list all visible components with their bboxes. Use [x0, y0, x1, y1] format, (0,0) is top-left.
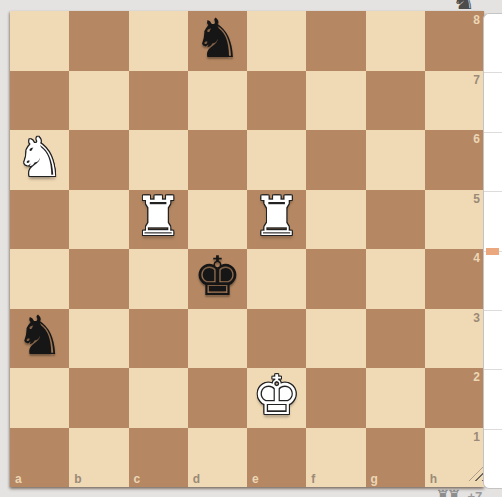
- square-g6[interactable]: [366, 130, 425, 190]
- square-e1[interactable]: e: [247, 428, 306, 488]
- square-d3[interactable]: [188, 309, 247, 369]
- black-king-d4[interactable]: ♚: [193, 250, 241, 304]
- square-h8[interactable]: 8: [425, 11, 484, 71]
- material-score: +7: [468, 488, 483, 497]
- file-label-c: c: [134, 473, 141, 485]
- black-knight-a3[interactable]: ♞: [15, 309, 63, 363]
- square-f5[interactable]: [306, 190, 365, 250]
- square-c3[interactable]: [129, 309, 188, 369]
- knight-icon: ♞: [452, 0, 475, 15]
- square-h7[interactable]: 7: [425, 71, 484, 131]
- square-f8[interactable]: [306, 11, 365, 71]
- square-e2[interactable]: ♚: [247, 368, 306, 428]
- square-f2[interactable]: [306, 368, 365, 428]
- white-king-e2[interactable]: ♚: [252, 369, 300, 423]
- rank-label-7: 7: [473, 74, 480, 86]
- rank-label-2: 2: [473, 371, 480, 383]
- square-d5[interactable]: [188, 190, 247, 250]
- material-diff-white: ♜♜ +7: [435, 488, 482, 497]
- square-f1[interactable]: f: [306, 428, 365, 488]
- square-b5[interactable]: [69, 190, 128, 250]
- square-h6[interactable]: 6: [425, 130, 484, 190]
- square-e5[interactable]: ♜: [247, 190, 306, 250]
- square-a4[interactable]: [10, 249, 69, 309]
- square-g3[interactable]: [366, 309, 425, 369]
- black-knight-d8[interactable]: ♞: [193, 12, 241, 66]
- panel-highlight-marker: [486, 248, 499, 255]
- square-b1[interactable]: b: [69, 428, 128, 488]
- file-label-g: g: [371, 473, 378, 485]
- square-d6[interactable]: [188, 130, 247, 190]
- square-e4[interactable]: [247, 249, 306, 309]
- file-label-h: h: [430, 473, 437, 485]
- square-f6[interactable]: [306, 130, 365, 190]
- square-f3[interactable]: [306, 309, 365, 369]
- square-h2[interactable]: 2: [425, 368, 484, 428]
- square-a7[interactable]: [10, 71, 69, 131]
- rank-label-5: 5: [473, 193, 480, 205]
- square-e6[interactable]: [247, 130, 306, 190]
- rank-label-6: 6: [473, 133, 480, 145]
- square-a3[interactable]: ♞: [10, 309, 69, 369]
- square-a5[interactable]: [10, 190, 69, 250]
- square-b2[interactable]: [69, 368, 128, 428]
- square-g4[interactable]: [366, 249, 425, 309]
- square-d1[interactable]: d: [188, 428, 247, 488]
- file-label-d: d: [193, 473, 200, 485]
- file-label-f: f: [311, 473, 315, 485]
- square-c6[interactable]: [129, 130, 188, 190]
- square-g2[interactable]: [366, 368, 425, 428]
- rank-label-4: 4: [473, 252, 480, 264]
- square-c1[interactable]: c: [129, 428, 188, 488]
- square-b4[interactable]: [69, 249, 128, 309]
- square-h5[interactable]: 5: [425, 190, 484, 250]
- square-h3[interactable]: 3: [425, 309, 484, 369]
- square-g5[interactable]: [366, 190, 425, 250]
- square-c8[interactable]: [129, 11, 188, 71]
- square-f4[interactable]: [306, 249, 365, 309]
- square-c2[interactable]: [129, 368, 188, 428]
- square-a8[interactable]: [10, 11, 69, 71]
- square-b3[interactable]: [69, 309, 128, 369]
- right-panel[interactable]: [483, 13, 502, 489]
- square-d4[interactable]: ♚: [188, 249, 247, 309]
- square-e7[interactable]: [247, 71, 306, 131]
- chess-board[interactable]: ♞87♞6♜♜5♚4♞3♚2abcdefg1h: [10, 11, 484, 487]
- square-d8[interactable]: ♞: [188, 11, 247, 71]
- square-e3[interactable]: [247, 309, 306, 369]
- square-g1[interactable]: g: [366, 428, 425, 488]
- square-f7[interactable]: [306, 71, 365, 131]
- material-icons: ♜♜: [435, 488, 458, 497]
- square-a2[interactable]: [10, 368, 69, 428]
- rank-label-3: 3: [473, 312, 480, 324]
- square-e8[interactable]: [247, 11, 306, 71]
- square-c4[interactable]: [129, 249, 188, 309]
- material-diff-black: ♞: [452, 0, 475, 13]
- square-a6[interactable]: ♞: [10, 130, 69, 190]
- square-a1[interactable]: a: [10, 428, 69, 488]
- file-label-b: b: [74, 473, 81, 485]
- square-c7[interactable]: [129, 71, 188, 131]
- file-label-e: e: [252, 473, 259, 485]
- square-b6[interactable]: [69, 130, 128, 190]
- square-c5[interactable]: ♜: [129, 190, 188, 250]
- square-d7[interactable]: [188, 71, 247, 131]
- rook-icon: ♜: [446, 486, 461, 497]
- rank-label-1: 1: [473, 431, 480, 443]
- square-b8[interactable]: [69, 11, 128, 71]
- square-b7[interactable]: [69, 71, 128, 131]
- square-g8[interactable]: [366, 11, 425, 71]
- white-knight-a6[interactable]: ♞: [15, 131, 63, 185]
- square-g7[interactable]: [366, 71, 425, 131]
- white-rook-e5[interactable]: ♜: [252, 190, 300, 244]
- square-h4[interactable]: 4: [425, 249, 484, 309]
- square-d2[interactable]: [188, 368, 247, 428]
- rank-label-8: 8: [473, 14, 480, 26]
- file-label-a: a: [15, 473, 22, 485]
- white-rook-c5[interactable]: ♜: [134, 190, 182, 244]
